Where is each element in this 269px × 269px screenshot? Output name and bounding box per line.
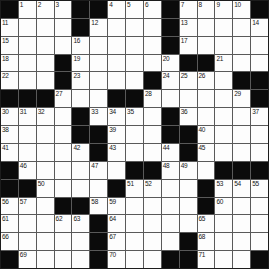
- clue-number: 23: [73, 72, 80, 79]
- cell-r10c2[interactable]: 46: [19, 162, 36, 179]
- clue-number: 52: [145, 180, 152, 187]
- cell-r10c10[interactable]: 48: [162, 162, 179, 179]
- cell-r3c13[interactable]: [215, 37, 232, 54]
- black-cell-r4c11: [180, 55, 197, 72]
- clue-number: 69: [20, 251, 27, 258]
- cell-r7c1[interactable]: 30: [1, 108, 18, 125]
- cell-r6c9[interactable]: 28: [144, 90, 161, 107]
- clue-number: 45: [199, 144, 206, 151]
- cell-r8c12[interactable]: 40: [198, 126, 215, 143]
- cell-r4c5[interactable]: 19: [72, 55, 89, 72]
- black-cell-r6c7: [108, 90, 125, 107]
- cell-r8c8[interactable]: [126, 126, 143, 143]
- black-cell-r1c5: [72, 1, 89, 18]
- black-cell-r1c6: [90, 1, 107, 18]
- black-cell-r10c14: [233, 162, 250, 179]
- cell-r2c11[interactable]: 13: [180, 19, 197, 36]
- black-cell-r13c6: [90, 215, 107, 232]
- cell-r8c4[interactable]: [55, 126, 72, 143]
- cell-r4c6[interactable]: [90, 55, 107, 72]
- cell-r10c3[interactable]: [37, 162, 54, 179]
- clue-number: 44: [163, 144, 170, 151]
- cell-r15c2[interactable]: 69: [19, 251, 36, 268]
- cell-r7c12[interactable]: [198, 108, 215, 125]
- cell-r4c2[interactable]: [19, 55, 36, 72]
- cell-r7c8[interactable]: 35: [126, 108, 143, 125]
- cell-r4c15[interactable]: [251, 55, 268, 72]
- clue-number: 40: [199, 126, 206, 133]
- cell-r13c4[interactable]: 62: [55, 215, 72, 232]
- clue-number: 43: [109, 144, 116, 151]
- black-cell-r1c10: [162, 1, 179, 18]
- cell-r9c14[interactable]: [233, 144, 250, 161]
- cell-r12c11[interactable]: [180, 198, 197, 215]
- cell-r12c10[interactable]: [162, 198, 179, 215]
- cell-r13c1[interactable]: 61: [1, 215, 18, 232]
- black-cell-r6c2: [19, 90, 36, 107]
- black-cell-r4c4: [55, 55, 72, 72]
- cell-r7c2[interactable]: 31: [19, 108, 36, 125]
- clue-number: 66: [2, 233, 9, 240]
- clue-number: 61: [2, 215, 9, 222]
- cell-r13c2[interactable]: [19, 215, 36, 232]
- cell-r8c13[interactable]: [215, 126, 232, 143]
- cell-r2c2[interactable]: [19, 19, 36, 36]
- cell-r2c15[interactable]: 14: [251, 19, 268, 36]
- cell-r14c4[interactable]: [55, 233, 72, 250]
- black-cell-r11c7: [108, 180, 125, 197]
- cell-r9c4[interactable]: [55, 144, 72, 161]
- cell-r12c1[interactable]: 56: [1, 198, 18, 215]
- cell-r8c3[interactable]: [37, 126, 54, 143]
- cell-r12c15[interactable]: [251, 198, 268, 215]
- crossword-puzzle: 1234567891011121314151617181920212223242…: [0, 0, 269, 269]
- clue-number: 51: [127, 180, 134, 187]
- cell-r9c3[interactable]: [37, 144, 54, 161]
- cell-r15c3[interactable]: [37, 251, 54, 268]
- cell-r15c14[interactable]: [233, 251, 250, 268]
- cell-r9c2[interactable]: [19, 144, 36, 161]
- cell-r1c7[interactable]: 4: [108, 1, 125, 18]
- clue-number: 27: [56, 90, 63, 97]
- cell-r5c5[interactable]: 23: [72, 72, 89, 89]
- cell-r3c3[interactable]: [37, 37, 54, 54]
- clue-number: 60: [216, 198, 223, 205]
- cell-r14c12[interactable]: 68: [198, 233, 215, 250]
- cell-r12c2[interactable]: 57: [19, 198, 36, 215]
- cell-r2c14[interactable]: [233, 19, 250, 36]
- clue-number: 49: [181, 162, 188, 169]
- cell-r9c8[interactable]: [126, 144, 143, 161]
- cell-r13c14[interactable]: [233, 215, 250, 232]
- clue-number: 18: [2, 55, 9, 62]
- black-cell-r2c10: [162, 19, 179, 36]
- cell-r14c5[interactable]: [72, 233, 89, 250]
- cell-r11c5[interactable]: [72, 180, 89, 197]
- black-cell-r9c6: [90, 144, 107, 161]
- cell-r12c3[interactable]: [37, 198, 54, 215]
- cell-r15c13[interactable]: [215, 251, 232, 268]
- black-cell-r10c9: [144, 162, 161, 179]
- black-cell-r14c11: [180, 233, 197, 250]
- clue-number: 70: [109, 251, 116, 258]
- cell-r5c2[interactable]: [19, 72, 36, 89]
- clue-number: 38: [2, 126, 9, 133]
- clue-number: 17: [181, 37, 188, 44]
- cell-r3c6[interactable]: [90, 37, 107, 54]
- cell-r6c4[interactable]: 27: [55, 90, 72, 107]
- black-cell-r5c9: [144, 72, 161, 89]
- clue-number: 36: [181, 108, 188, 115]
- clue-number: 7: [181, 1, 184, 8]
- clue-number: 15: [2, 37, 9, 44]
- cell-r2c7[interactable]: [108, 19, 125, 36]
- cell-r13c5[interactable]: 63: [72, 215, 89, 232]
- cell-r12c14[interactable]: [233, 198, 250, 215]
- clue-number: 28: [145, 90, 152, 97]
- cell-r10c6[interactable]: 47: [90, 162, 107, 179]
- cell-r12c13[interactable]: 60: [215, 198, 232, 215]
- cell-r3c9[interactable]: [144, 37, 161, 54]
- cell-r6c10[interactable]: [162, 90, 179, 107]
- cell-r15c4[interactable]: [55, 251, 72, 268]
- clue-number: 63: [73, 215, 80, 222]
- clue-number: 42: [73, 144, 80, 151]
- black-cell-r3c10: [162, 37, 179, 54]
- cell-r3c12[interactable]: [198, 37, 215, 54]
- black-cell-r6c8: [126, 90, 143, 107]
- black-cell-r5c14: [233, 72, 250, 89]
- cell-r1c9[interactable]: 6: [144, 1, 161, 18]
- cell-r14c10[interactable]: [162, 233, 179, 250]
- black-cell-r12c4: [55, 198, 72, 215]
- cell-r8c9[interactable]: [144, 126, 161, 143]
- cell-r1c2[interactable]: 1: [19, 1, 36, 18]
- black-cell-r8c10: [162, 126, 179, 143]
- cell-r7c15[interactable]: 37: [251, 108, 268, 125]
- cell-r10c5[interactable]: [72, 162, 89, 179]
- clue-number: 2: [38, 1, 41, 8]
- cell-r5c11[interactable]: 25: [180, 72, 197, 89]
- cell-r11c6[interactable]: [90, 180, 107, 197]
- clue-number: 62: [56, 215, 63, 222]
- cell-r13c8[interactable]: [126, 215, 143, 232]
- cell-r13c12[interactable]: 65: [198, 215, 215, 232]
- clue-number: 41: [2, 144, 9, 151]
- cell-r14c7[interactable]: 67: [108, 233, 125, 250]
- cell-r9c12[interactable]: 45: [198, 144, 215, 161]
- cell-r1c4[interactable]: 3: [55, 1, 72, 18]
- cell-r8c1[interactable]: 38: [1, 126, 18, 143]
- cell-r3c4[interactable]: [55, 37, 72, 54]
- cell-r2c8[interactable]: [126, 19, 143, 36]
- cell-r4c10[interactable]: 20: [162, 55, 179, 72]
- clue-number: 25: [181, 72, 188, 79]
- cell-r3c8[interactable]: [126, 37, 143, 54]
- cell-r11c15[interactable]: 55: [251, 180, 268, 197]
- black-cell-r7c10: [162, 108, 179, 125]
- cell-r15c9[interactable]: [144, 251, 161, 268]
- clue-number: 33: [91, 108, 98, 115]
- black-cell-r15c1: [1, 251, 18, 268]
- cell-r11c14[interactable]: 54: [233, 180, 250, 197]
- cell-r11c4[interactable]: [55, 180, 72, 197]
- cell-r13c9[interactable]: [144, 215, 161, 232]
- cell-r4c9[interactable]: [144, 55, 161, 72]
- cell-r1c8[interactable]: 5: [126, 1, 143, 18]
- clue-number: 55: [252, 180, 259, 187]
- black-cell-r15c10: [162, 251, 179, 268]
- clue-number: 56: [2, 198, 9, 205]
- cell-r3c14[interactable]: [233, 37, 250, 54]
- black-cell-r12c12: [198, 198, 215, 215]
- black-cell-r15c15: [251, 251, 268, 268]
- black-cell-r6c3: [37, 90, 54, 107]
- clue-number: 48: [163, 162, 170, 169]
- cell-r13c13[interactable]: [215, 215, 232, 232]
- black-cell-r11c1: [1, 180, 18, 197]
- clue-number: 46: [20, 162, 27, 169]
- cell-r6c12[interactable]: [198, 90, 215, 107]
- cell-r6c5[interactable]: [72, 90, 89, 107]
- clue-number: 1: [20, 1, 23, 8]
- cell-r4c3[interactable]: [37, 55, 54, 72]
- black-cell-r5c4: [55, 72, 72, 89]
- clue-number: 3: [56, 1, 59, 8]
- cell-r3c2[interactable]: [19, 37, 36, 54]
- cell-r11c3[interactable]: 50: [37, 180, 54, 197]
- clue-number: 54: [234, 180, 241, 187]
- black-cell-r14c6: [90, 233, 107, 250]
- clue-number: 4: [109, 1, 112, 8]
- cell-r3c11[interactable]: 17: [180, 37, 197, 54]
- cell-r3c7[interactable]: [108, 37, 125, 54]
- clue-number: 68: [199, 233, 206, 240]
- cell-r5c10[interactable]: 24: [162, 72, 179, 89]
- black-cell-r2c5: [72, 19, 89, 36]
- cell-r9c1[interactable]: 41: [1, 144, 18, 161]
- clue-number: 24: [163, 72, 170, 79]
- clue-number: 35: [127, 108, 134, 115]
- cell-r13c7[interactable]: 64: [108, 215, 125, 232]
- black-cell-r1c15: [251, 1, 268, 18]
- cell-r2c1[interactable]: 11: [1, 19, 18, 36]
- cell-r10c4[interactable]: [55, 162, 72, 179]
- clue-number: 64: [109, 215, 116, 222]
- clue-number: 59: [109, 198, 116, 205]
- black-cell-r10c15: [251, 162, 268, 179]
- cell-r15c8[interactable]: [126, 251, 143, 268]
- cell-r15c5[interactable]: [72, 251, 89, 268]
- cell-r3c1[interactable]: 15: [1, 37, 18, 54]
- black-cell-r6c15: [251, 90, 268, 107]
- clue-number: 14: [252, 19, 259, 26]
- black-cell-r6c1: [1, 90, 18, 107]
- cell-r2c9[interactable]: [144, 19, 161, 36]
- black-cell-r7c5: [72, 108, 89, 125]
- cell-r14c1[interactable]: 66: [1, 233, 18, 250]
- cell-r11c10[interactable]: [162, 180, 179, 197]
- cell-r9c13[interactable]: [215, 144, 232, 161]
- cell-r14c8[interactable]: [126, 233, 143, 250]
- black-cell-r5c15: [251, 72, 268, 89]
- cell-r5c7[interactable]: [108, 72, 125, 89]
- clue-number: 31: [20, 108, 27, 115]
- clue-number: 6: [145, 1, 148, 8]
- clue-number: 50: [38, 180, 45, 187]
- clue-number: 67: [109, 233, 116, 240]
- cell-r4c7[interactable]: [108, 55, 125, 72]
- cell-r5c8[interactable]: [126, 72, 143, 89]
- cell-r12c6[interactable]: 58: [90, 198, 107, 215]
- cell-r15c12[interactable]: 71: [198, 251, 215, 268]
- cell-r13c10[interactable]: [162, 215, 179, 232]
- cell-r14c3[interactable]: [37, 233, 54, 250]
- cell-r13c11[interactable]: [180, 215, 197, 232]
- clue-number: 65: [199, 215, 206, 222]
- clue-number: 16: [73, 37, 80, 44]
- cell-r7c7[interactable]: 34: [108, 108, 125, 125]
- cell-r5c12[interactable]: 26: [198, 72, 215, 89]
- cell-r10c12[interactable]: [198, 162, 215, 179]
- black-cell-r8c11: [180, 126, 197, 143]
- cell-r4c1[interactable]: 18: [1, 55, 18, 72]
- black-cell-r15c6: [90, 251, 107, 268]
- clue-number: 58: [91, 198, 98, 205]
- cell-r2c4[interactable]: [55, 19, 72, 36]
- clue-number: 57: [20, 198, 27, 205]
- cell-r7c3[interactable]: 32: [37, 108, 54, 125]
- cell-r1c12[interactable]: 8: [198, 1, 215, 18]
- clue-number: 8: [199, 1, 202, 8]
- cell-r14c9[interactable]: [144, 233, 161, 250]
- clue-number: 9: [216, 1, 219, 8]
- cell-r11c9[interactable]: 52: [144, 180, 161, 197]
- cell-r2c6[interactable]: 12: [90, 19, 107, 36]
- clue-number: 34: [109, 108, 116, 115]
- black-cell-r11c12: [198, 180, 215, 197]
- black-cell-r8c6: [90, 126, 107, 143]
- clue-number: 21: [216, 55, 223, 62]
- black-cell-r1c1: [1, 1, 18, 18]
- cell-r10c7[interactable]: [108, 162, 125, 179]
- cell-r1c3[interactable]: 2: [37, 1, 54, 18]
- clue-number: 29: [234, 90, 241, 97]
- black-cell-r12c5: [72, 198, 89, 215]
- cell-r13c3[interactable]: [37, 215, 54, 232]
- cell-r9c10[interactable]: 44: [162, 144, 179, 161]
- cell-r7c9[interactable]: [144, 108, 161, 125]
- black-cell-r15c11: [180, 251, 197, 268]
- cell-r14c14[interactable]: [233, 233, 250, 250]
- clue-number: 11: [2, 19, 8, 26]
- cell-r5c13[interactable]: [215, 72, 232, 89]
- clue-number: 71: [199, 251, 206, 258]
- cell-r11c13[interactable]: 53: [215, 180, 232, 197]
- cell-r7c6[interactable]: 33: [90, 108, 107, 125]
- cell-r14c15[interactable]: [251, 233, 268, 250]
- clue-number: 32: [38, 108, 45, 115]
- cell-r8c15[interactable]: [251, 126, 268, 143]
- cell-r6c14[interactable]: 29: [233, 90, 250, 107]
- clue-number: 26: [199, 72, 206, 79]
- cell-r7c4[interactable]: [55, 108, 72, 125]
- cell-r11c11[interactable]: [180, 180, 197, 197]
- black-cell-r4c12: [198, 55, 215, 72]
- cell-r5c3[interactable]: [37, 72, 54, 89]
- black-cell-r10c8: [126, 162, 143, 179]
- cell-r4c13[interactable]: 21: [215, 55, 232, 72]
- cell-r12c7[interactable]: 59: [108, 198, 125, 215]
- cell-r1c13[interactable]: 9: [215, 1, 232, 18]
- cell-r2c12[interactable]: [198, 19, 215, 36]
- cell-r9c7[interactable]: 43: [108, 144, 125, 161]
- cell-r6c11[interactable]: [180, 90, 197, 107]
- cell-r9c9[interactable]: [144, 144, 161, 161]
- cell-r6c13[interactable]: [215, 90, 232, 107]
- crossword-grid: 1234567891011121314151617181920212223242…: [0, 0, 269, 269]
- cell-r8c7[interactable]: 39: [108, 126, 125, 143]
- cell-r1c11[interactable]: 7: [180, 1, 197, 18]
- cell-r9c5[interactable]: 42: [72, 144, 89, 161]
- cell-r12c9[interactable]: [144, 198, 161, 215]
- clue-number: 19: [73, 55, 80, 62]
- cell-r2c3[interactable]: [37, 19, 54, 36]
- cell-r10c11[interactable]: 49: [180, 162, 197, 179]
- cell-r7c14[interactable]: [233, 108, 250, 125]
- cell-r7c11[interactable]: 36: [180, 108, 197, 125]
- cell-r15c7[interactable]: 70: [108, 251, 125, 268]
- cell-r9c15[interactable]: [251, 144, 268, 161]
- clue-number: 5: [127, 1, 130, 8]
- cell-r1c14[interactable]: 10: [233, 1, 250, 18]
- cell-r8c14[interactable]: [233, 126, 250, 143]
- clue-number: 13: [181, 19, 188, 26]
- black-cell-r10c1: [1, 162, 18, 179]
- cell-r13c15[interactable]: [251, 215, 268, 232]
- clue-number: 53: [216, 180, 223, 187]
- cell-r5c6[interactable]: [90, 72, 107, 89]
- cell-r4c8[interactable]: [126, 55, 143, 72]
- cell-r11c8[interactable]: 51: [126, 180, 143, 197]
- clue-number: 12: [91, 19, 98, 26]
- cell-r2c13[interactable]: [215, 19, 232, 36]
- clue-number: 10: [234, 1, 241, 8]
- cell-r7c13[interactable]: [215, 108, 232, 125]
- cell-r14c13[interactable]: [215, 233, 232, 250]
- black-cell-r8c5: [72, 126, 89, 143]
- clue-number: 30: [2, 108, 9, 115]
- cell-r12c8[interactable]: [126, 198, 143, 215]
- cell-r5c1[interactable]: 22: [1, 72, 18, 89]
- black-cell-r10c13: [215, 162, 232, 179]
- black-cell-r11c2: [19, 180, 36, 197]
- cell-r3c5[interactable]: 16: [72, 37, 89, 54]
- cell-r14c2[interactable]: [19, 233, 36, 250]
- black-cell-r9c11: [180, 144, 197, 161]
- clue-number: 47: [91, 162, 98, 169]
- clue-number: 37: [252, 108, 259, 115]
- cell-r4c14[interactable]: [233, 55, 250, 72]
- cell-r6c6[interactable]: [90, 90, 107, 107]
- clue-number: 22: [2, 72, 9, 79]
- clue-number: 39: [109, 126, 116, 133]
- cell-r3c15[interactable]: [251, 37, 268, 54]
- cell-r8c2[interactable]: [19, 126, 36, 143]
- clue-number: 20: [163, 55, 170, 62]
